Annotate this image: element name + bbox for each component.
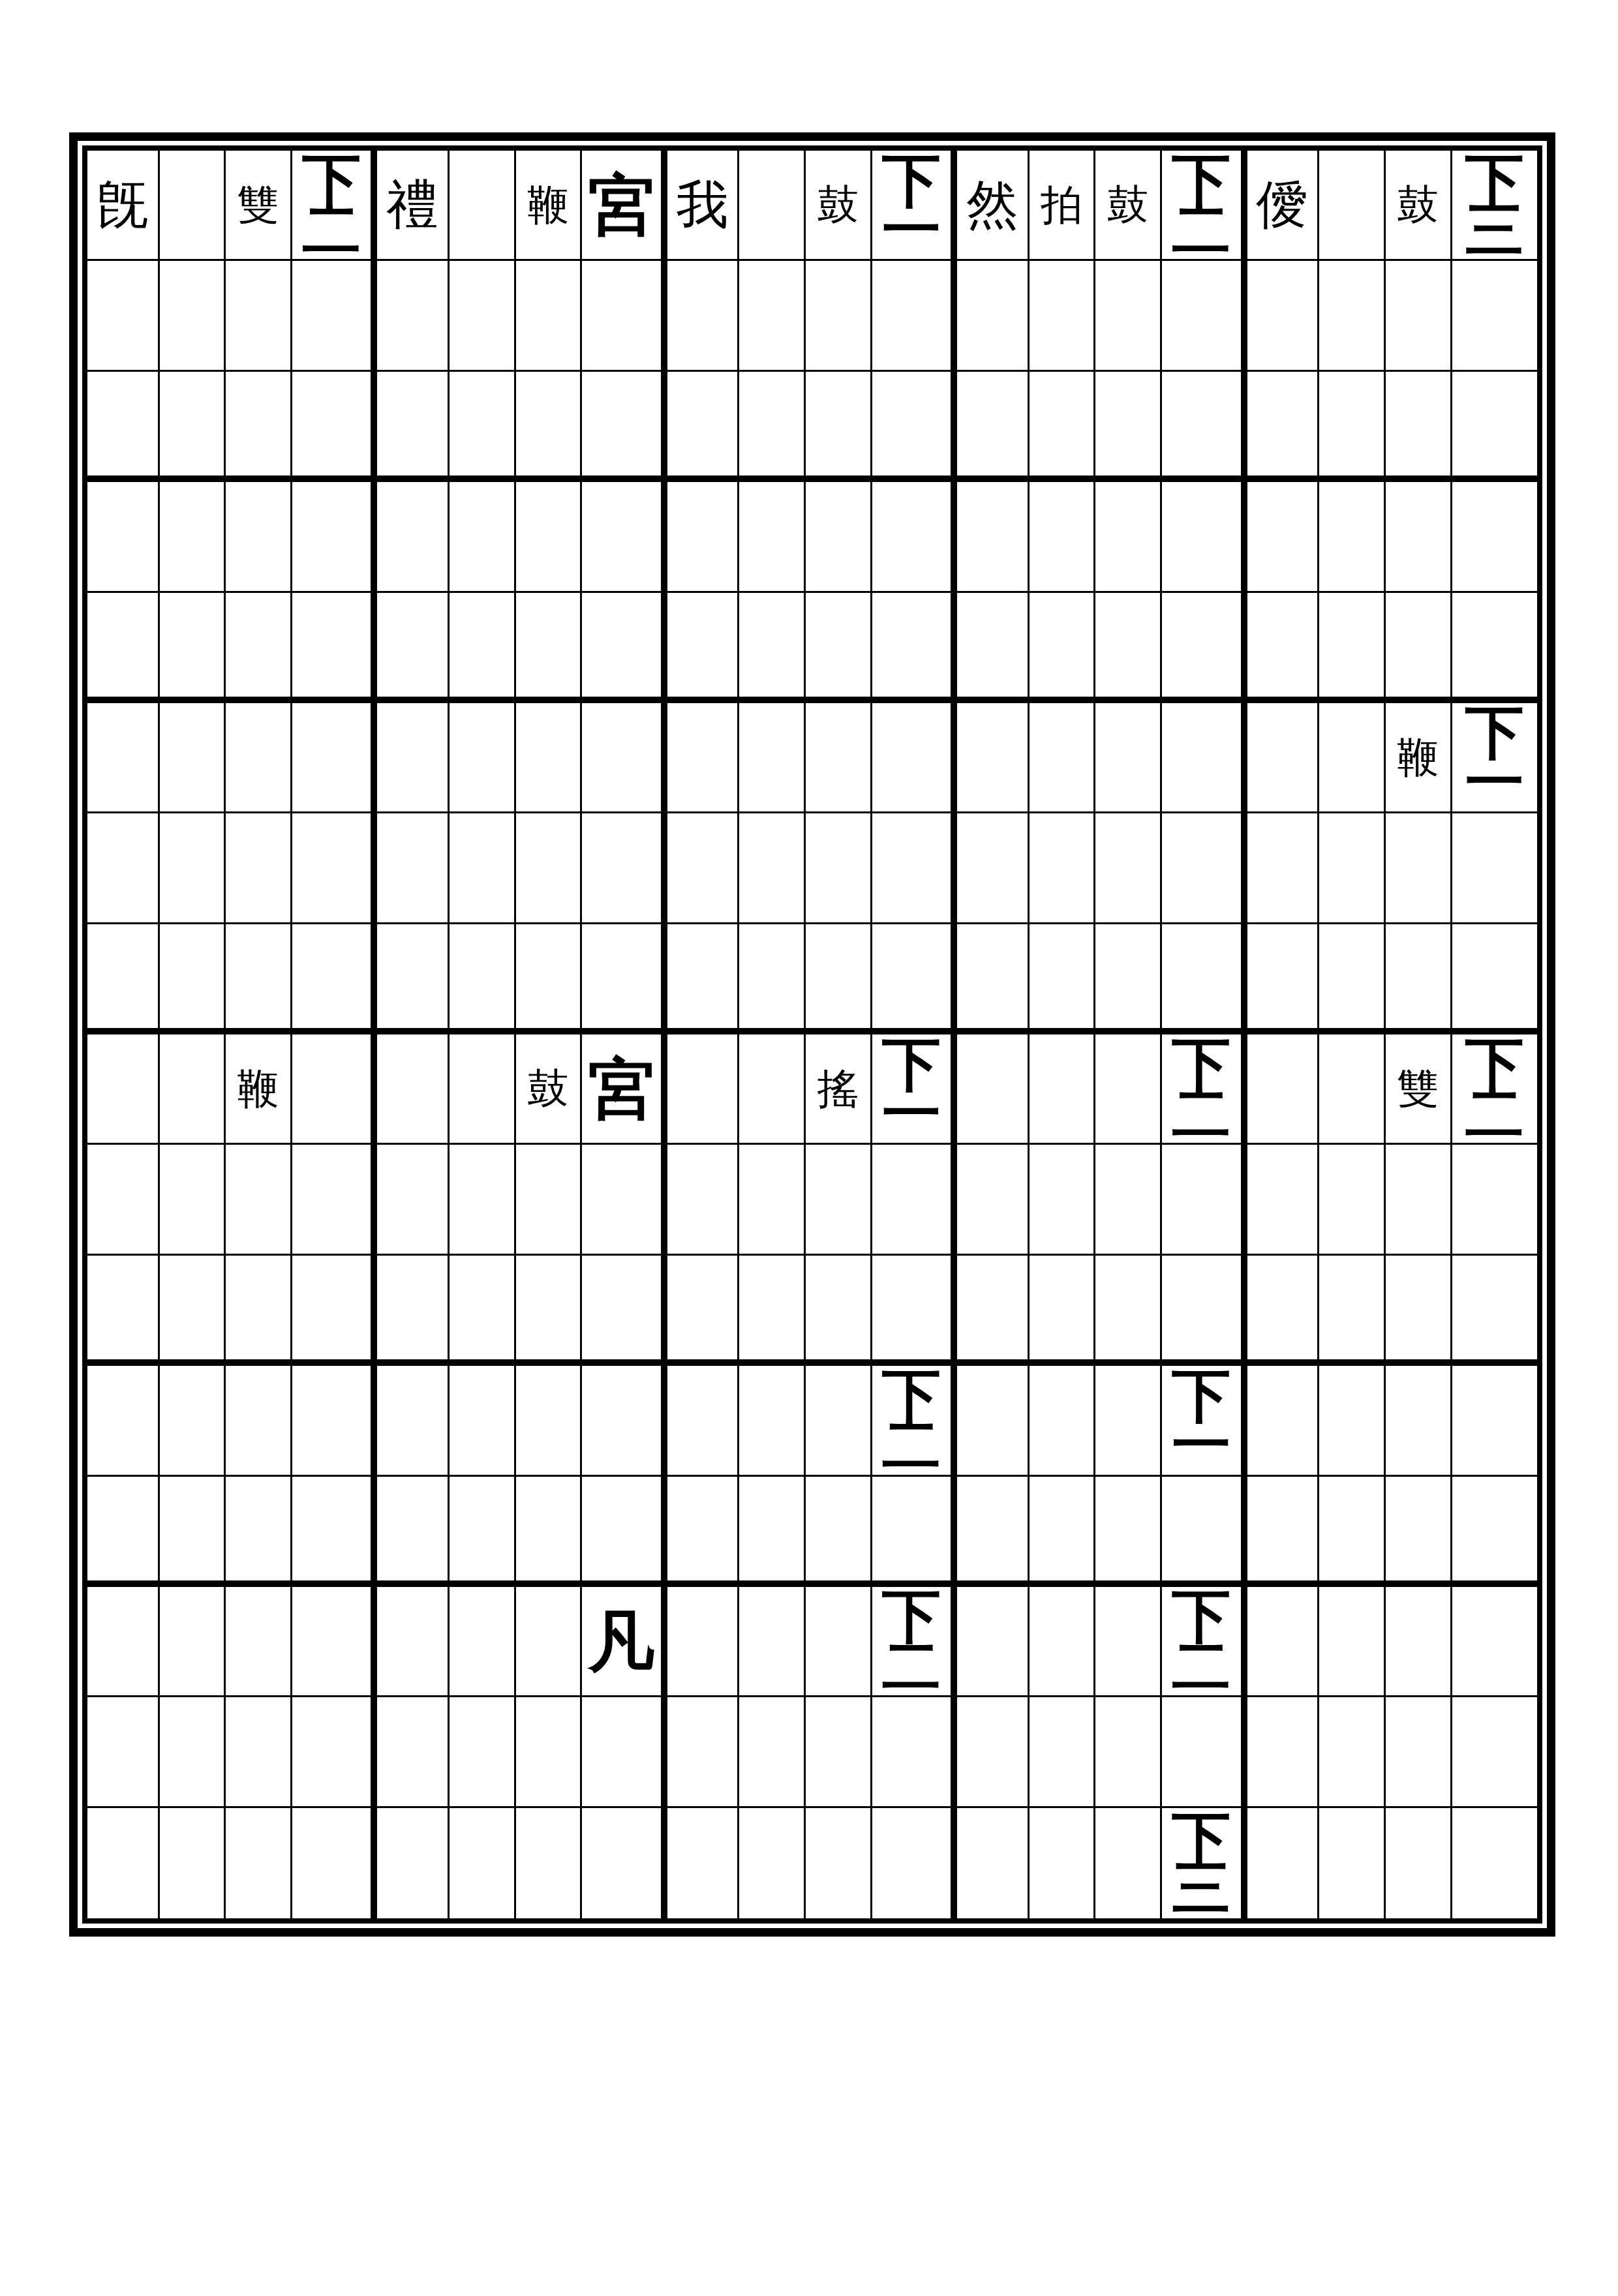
jeonggan-r5-c17: [1247, 593, 1320, 703]
jeonggan-r2-c15: [1095, 261, 1162, 371]
jeonggan-r13-c7: [516, 1477, 583, 1587]
jeonggan-r7-c8: [582, 813, 667, 924]
jeonggan-r8-c9: [667, 924, 740, 1035]
lyric-glyph: 旣: [97, 179, 149, 231]
jeonggan-r13-c16: [1162, 1477, 1247, 1587]
jeonggan-r16-c17: [1247, 1808, 1320, 1918]
jeonggan-r2-c8: [582, 261, 667, 371]
jeonggan-r8-c4: [292, 924, 377, 1035]
jeonggan-r9-c17: [1247, 1035, 1320, 1145]
jeonggan-r3-c20: [1452, 372, 1537, 482]
pitch-glyph: 二: [882, 1641, 941, 1691]
jeonggan-r10-c1: [87, 1145, 160, 1255]
jeonggan-r8-c10: [739, 924, 806, 1035]
jeonggan-r16-c7: [516, 1808, 583, 1918]
jeonggan-r12-c17: [1247, 1366, 1320, 1476]
jeonggan-r6-c9: [667, 703, 740, 813]
jeonggan-r4-c6: [450, 482, 516, 592]
jeonggan-r10-c4: [292, 1145, 377, 1255]
jeonggan-r7-c3: [226, 813, 292, 924]
jeonggan-r13-c10: [739, 1477, 806, 1587]
jeonggan-r12-c1: [87, 1366, 160, 1476]
jeonggan-r6-c8: [582, 703, 667, 813]
jeonggan-r12-c14: [1030, 1366, 1096, 1476]
jeonggan-r8-c15: [1095, 924, 1162, 1035]
percussion-glyph: 鼓: [1397, 184, 1439, 226]
pitch-glyph: 一: [882, 205, 941, 254]
jeonggan-r14-c7: [516, 1587, 583, 1697]
pitch-glyph: 一: [1172, 1420, 1230, 1470]
jeonggan-r1-c13: 然: [957, 151, 1030, 261]
jeonggan-r14-c5: [377, 1587, 450, 1697]
percussion-glyph: 雙: [1397, 1068, 1439, 1110]
jeonggan-r9-c3: 鞭: [226, 1035, 292, 1145]
jeonggan-r3-c12: [872, 372, 957, 482]
jeonggan-r15-c14: [1030, 1697, 1096, 1807]
jeonggan-r8-c12: [872, 924, 957, 1035]
jeonggan-r8-c14: [1030, 924, 1096, 1035]
jeonggan-r5-c19: [1386, 593, 1452, 703]
jeonggan-r4-c5: [377, 482, 450, 592]
jeonggan-r5-c10: [739, 593, 806, 703]
jeonggan-r1-c20: 下三: [1452, 151, 1537, 261]
jeonggan-r11-c18: [1319, 1256, 1386, 1366]
jeonggan-r15-c12: [872, 1697, 957, 1807]
jeonggan-r16-c1: [87, 1808, 160, 1918]
jeonggan-r11-c4: [292, 1256, 377, 1366]
jeonggan-r12-c2: [160, 1366, 226, 1476]
jeonggan-r8-c19: [1386, 924, 1452, 1035]
jeonggan-r14-c14: [1030, 1587, 1096, 1697]
percussion-glyph: 鼓: [817, 184, 859, 226]
jeonggan-r6-c2: [160, 703, 226, 813]
jeonggan-r8-c3: [226, 924, 292, 1035]
jeonggan-r1-c17: 僾: [1247, 151, 1320, 261]
jeonggan-r7-c11: [806, 813, 872, 924]
jeonggan-r14-c20: [1452, 1587, 1537, 1697]
jeonggan-r7-c1: [87, 813, 160, 924]
jeonggan-r16-c8: [582, 1808, 667, 1918]
jeonggan-r1-c12: 下一: [872, 151, 957, 261]
jeonggan-r3-c1: [87, 372, 160, 482]
jeonggan-r4-c15: [1095, 482, 1162, 592]
pitch-glyph: 三: [1172, 1863, 1230, 1912]
jeonggan-r11-c5: [377, 1256, 450, 1366]
jeonggan-r3-c15: [1095, 372, 1162, 482]
jeonggan-r5-c9: [667, 593, 740, 703]
jeonggan-r11-c11: [806, 1256, 872, 1366]
jeonggan-r10-c3: [226, 1145, 292, 1255]
jeonggan-r7-c20: [1452, 813, 1537, 924]
jeonggan-r5-c4: [292, 593, 377, 703]
jeonggan-r13-c19: [1386, 1477, 1452, 1587]
jeonggan-r2-c20: [1452, 261, 1537, 371]
jeonggan-r10-c18: [1319, 1145, 1386, 1255]
outer-border: 旣雙下二禮鞭宮我鼓下一然拍鼓下二僾鼓下三鞭下一鞭鼓宮搖下一下二雙下二下二下一凡下…: [69, 132, 1555, 1937]
jeonggan-r11-c6: [450, 1256, 516, 1366]
jeonggan-r2-c12: [872, 261, 957, 371]
jeonggan-r16-c15: [1095, 1808, 1162, 1918]
jeonggan-r14-c9: [667, 1587, 740, 1697]
jeonggan-r9-c1: [87, 1035, 160, 1145]
lyric-glyph: 僾: [1256, 179, 1308, 231]
pitch-glyph: 二: [1465, 1089, 1524, 1138]
jeonggan-r6-c10: [739, 703, 806, 813]
jeonggan-r16-c13: [957, 1808, 1030, 1918]
jeonggan-r13-c12: [872, 1477, 957, 1587]
jeonggan-r3-c6: [450, 372, 516, 482]
jeonggan-r6-c14: [1030, 703, 1096, 813]
jeonggan-r16-c11: [806, 1808, 872, 1918]
jeonggan-r12-c11: [806, 1366, 872, 1476]
jeonggan-r11-c13: [957, 1256, 1030, 1366]
score-page: 旣雙下二禮鞭宮我鼓下一然拍鼓下二僾鼓下三鞭下一鞭鼓宮搖下一下二雙下二下二下一凡下…: [0, 0, 1618, 2296]
jeonggan-r2-c16: [1162, 261, 1247, 371]
jeonggan-r14-c17: [1247, 1587, 1320, 1697]
jeonggan-r8-c5: [377, 924, 450, 1035]
jeonggan-r4-c20: [1452, 482, 1537, 592]
jeonggan-r6-c19: 鞭: [1386, 703, 1452, 813]
jeonggan-r10-c14: [1030, 1145, 1096, 1255]
jeonggan-r14-c4: [292, 1587, 377, 1697]
jeonggan-r6-c18: [1319, 703, 1386, 813]
jeonggan-r13-c13: [957, 1477, 1030, 1587]
jeonggan-r11-c12: [872, 1256, 957, 1366]
jeonggan-r14-c10: [739, 1587, 806, 1697]
jeonggan-r3-c10: [739, 372, 806, 482]
jeonggan-r7-c14: [1030, 813, 1096, 924]
jeonggan-r12-c9: [667, 1366, 740, 1476]
jeonggan-r1-c4: 下二: [292, 151, 377, 261]
pitch-glyph: 二: [1172, 205, 1230, 254]
jeonggan-r12-c5: [377, 1366, 450, 1476]
jeonggan-r14-c1: [87, 1587, 160, 1697]
jeonggan-r13-c5: [377, 1477, 450, 1587]
jeonggan-r3-c2: [160, 372, 226, 482]
jeonggan-r1-c10: [739, 151, 806, 261]
pitch-glyph: 二: [882, 1420, 941, 1470]
jeonggan-r4-c17: [1247, 482, 1320, 592]
jeonggan-r1-c16: 下二: [1162, 151, 1247, 261]
jeonggan-r16-c3: [226, 1808, 292, 1918]
jeonggan-r4-c19: [1386, 482, 1452, 592]
jeonggan-r1-c15: 鼓: [1095, 151, 1162, 261]
jeonggan-r1-c14: 拍: [1030, 151, 1096, 261]
jeonggan-r2-c11: [806, 261, 872, 371]
lyric-glyph: 然: [966, 179, 1018, 231]
jeonggan-r5-c12: [872, 593, 957, 703]
jeonggan-r15-c18: [1319, 1697, 1386, 1807]
jeonggan-r3-c11: [806, 372, 872, 482]
jeonggan-r8-c2: [160, 924, 226, 1035]
jeonggan-r6-c3: [226, 703, 292, 813]
jeonggan-r9-c2: [160, 1035, 226, 1145]
jeonggan-r9-c15: [1095, 1035, 1162, 1145]
jeonggan-r2-c10: [739, 261, 806, 371]
jeonggan-r10-c12: [872, 1145, 957, 1255]
jeonggan-r5-c15: [1095, 593, 1162, 703]
jeonggan-r7-c4: [292, 813, 377, 924]
percussion-glyph: 拍: [1041, 184, 1082, 226]
jeonggan-r8-c1: [87, 924, 160, 1035]
jeonggan-r15-c8: [582, 1697, 667, 1807]
jeonggan-r15-c2: [160, 1697, 226, 1807]
jeonggan-r6-c13: [957, 703, 1030, 813]
jeonggan-r2-c19: [1386, 261, 1452, 371]
jeonggan-r15-c13: [957, 1697, 1030, 1807]
jeonggan-r14-c6: [450, 1587, 516, 1697]
jeonggan-r9-c13: [957, 1035, 1030, 1145]
jeonggan-r3-c5: [377, 372, 450, 482]
jeonggan-r12-c13: [957, 1366, 1030, 1476]
jeonggan-r7-c13: [957, 813, 1030, 924]
jeonggan-r15-c19: [1386, 1697, 1452, 1807]
pitch-glyph: 一: [882, 1089, 941, 1138]
jeonggan-r7-c9: [667, 813, 740, 924]
jeonggan-r16-c18: [1319, 1808, 1386, 1918]
jeonggan-r5-c16: [1162, 593, 1247, 703]
jeonggan-r9-c19: 雙: [1386, 1035, 1452, 1145]
jeonggan-r8-c6: [450, 924, 516, 1035]
jeonggan-r13-c14: [1030, 1477, 1096, 1587]
score-grid: 旣雙下二禮鞭宮我鼓下一然拍鼓下二僾鼓下三鞭下一鞭鼓宮搖下一下二雙下二下二下一凡下…: [87, 151, 1537, 1918]
jeonggan-r8-c20: [1452, 924, 1537, 1035]
jeonggan-r1-c1: 旣: [87, 151, 160, 261]
jeonggan-r3-c7: [516, 372, 583, 482]
jeonggan-r12-c7: [516, 1366, 583, 1476]
jeonggan-r14-c3: [226, 1587, 292, 1697]
jeonggan-r15-c17: [1247, 1697, 1320, 1807]
jeonggan-r15-c1: [87, 1697, 160, 1807]
jeonggan-r3-c14: [1030, 372, 1096, 482]
jeonggan-r12-c20: [1452, 1366, 1537, 1476]
jeonggan-r4-c7: [516, 482, 583, 592]
jeonggan-r12-c12: 下二: [872, 1366, 957, 1476]
jeonggan-r11-c10: [739, 1256, 806, 1366]
lyric-glyph: 我: [677, 179, 729, 231]
jeonggan-r6-c5: [377, 703, 450, 813]
jeonggan-r5-c6: [450, 593, 516, 703]
jeonggan-r8-c18: [1319, 924, 1386, 1035]
jeonggan-r6-c16: [1162, 703, 1247, 813]
jeonggan-r1-c9: 我: [667, 151, 740, 261]
jeonggan-r9-c7: 鼓: [516, 1035, 583, 1145]
jeonggan-r14-c8: 凡: [582, 1587, 667, 1697]
jeonggan-r7-c17: [1247, 813, 1320, 924]
jeonggan-r10-c5: [377, 1145, 450, 1255]
jeonggan-r8-c7: [516, 924, 583, 1035]
jeonggan-r14-c12: 下二: [872, 1587, 957, 1697]
jeonggan-r14-c11: [806, 1587, 872, 1697]
jeonggan-r3-c3: [226, 372, 292, 482]
jeonggan-r8-c16: [1162, 924, 1247, 1035]
jeonggan-r7-c7: [516, 813, 583, 924]
jeonggan-r1-c3: 雙: [226, 151, 292, 261]
jeonggan-r6-c4: [292, 703, 377, 813]
jeonggan-r6-c20: 下一: [1452, 703, 1537, 813]
jeonggan-r14-c16: 下二: [1162, 1587, 1247, 1697]
jeonggan-r1-c18: [1319, 151, 1386, 261]
jeonggan-r12-c15: [1095, 1366, 1162, 1476]
percussion-glyph: 搖: [817, 1068, 859, 1110]
jeonggan-r11-c19: [1386, 1256, 1452, 1366]
jeonggan-r9-c18: [1319, 1035, 1386, 1145]
jeonggan-r13-c20: [1452, 1477, 1537, 1587]
jeonggan-r13-c17: [1247, 1477, 1320, 1587]
jeonggan-r13-c2: [160, 1477, 226, 1587]
jeonggan-r4-c14: [1030, 482, 1096, 592]
jeonggan-r11-c1: [87, 1256, 160, 1366]
jeonggan-r1-c19: 鼓: [1386, 151, 1452, 261]
jeonggan-r14-c19: [1386, 1587, 1452, 1697]
jeonggan-r16-c9: [667, 1808, 740, 1918]
jeonggan-r13-c11: [806, 1477, 872, 1587]
jeonggan-r7-c6: [450, 813, 516, 924]
jeonggan-r15-c16: [1162, 1697, 1247, 1807]
jeonggan-r2-c2: [160, 261, 226, 371]
jeonggan-r4-c8: [582, 482, 667, 592]
jeonggan-r12-c18: [1319, 1366, 1386, 1476]
jeonggan-r14-c18: [1319, 1587, 1386, 1697]
percussion-glyph: 鞭: [527, 184, 569, 226]
jeonggan-r8-c8: [582, 924, 667, 1035]
jeonggan-r12-c19: [1386, 1366, 1452, 1476]
jeonggan-r5-c2: [160, 593, 226, 703]
jeonggan-r10-c2: [160, 1145, 226, 1255]
jeonggan-r1-c6: [450, 151, 516, 261]
jeonggan-r5-c7: [516, 593, 583, 703]
jeonggan-r13-c6: [450, 1477, 516, 1587]
jeonggan-r15-c5: [377, 1697, 450, 1807]
jeonggan-r11-c8: [582, 1256, 667, 1366]
jeonggan-r7-c16: [1162, 813, 1247, 924]
jeonggan-r9-c9: [667, 1035, 740, 1145]
jeonggan-r16-c4: [292, 1808, 377, 1918]
jeonggan-r15-c11: [806, 1697, 872, 1807]
jeonggan-r2-c4: [292, 261, 377, 371]
jeonggan-r7-c15: [1095, 813, 1162, 924]
jeonggan-r1-c5: 禮: [377, 151, 450, 261]
jeonggan-r9-c4: [292, 1035, 377, 1145]
pitch-glyph: 二: [1172, 1089, 1230, 1138]
jeonggan-r2-c1: [87, 261, 160, 371]
jeonggan-r5-c11: [806, 593, 872, 703]
jeonggan-r3-c4: [292, 372, 377, 482]
jeonggan-r11-c14: [1030, 1256, 1096, 1366]
percussion-glyph: 雙: [237, 184, 279, 226]
jeonggan-r1-c2: [160, 151, 226, 261]
percussion-glyph: 鞭: [1397, 736, 1439, 778]
jeonggan-r7-c5: [377, 813, 450, 924]
jeonggan-r16-c12: [872, 1808, 957, 1918]
jeonggan-r5-c20: [1452, 593, 1537, 703]
jeonggan-r5-c13: [957, 593, 1030, 703]
percussion-glyph: 鼓: [527, 1068, 569, 1110]
jeonggan-r5-c8: [582, 593, 667, 703]
percussion-glyph: 鼓: [1107, 184, 1149, 226]
jeonggan-r1-c8: 宮: [582, 151, 667, 261]
jeonggan-r10-c9: [667, 1145, 740, 1255]
jeonggan-r11-c16: [1162, 1256, 1247, 1366]
jeonggan-r12-c10: [739, 1366, 806, 1476]
jeonggan-r10-c16: [1162, 1145, 1247, 1255]
jeonggan-r4-c2: [160, 482, 226, 592]
jeonggan-r5-c1: [87, 593, 160, 703]
jeonggan-r10-c20: [1452, 1145, 1537, 1255]
jeonggan-r15-c15: [1095, 1697, 1162, 1807]
jeonggan-r10-c13: [957, 1145, 1030, 1255]
jeonggan-r3-c16: [1162, 372, 1247, 482]
jeonggan-r10-c19: [1386, 1145, 1452, 1255]
jeonggan-r2-c18: [1319, 261, 1386, 371]
jeonggan-r6-c17: [1247, 703, 1320, 813]
jeonggan-r16-c5: [377, 1808, 450, 1918]
percussion-glyph: 鞭: [237, 1068, 279, 1110]
jeonggan-r15-c6: [450, 1697, 516, 1807]
pitch-glyph: 宮: [588, 1055, 655, 1122]
jeonggan-r15-c9: [667, 1697, 740, 1807]
jeonggan-r16-c6: [450, 1808, 516, 1918]
jeonggan-r16-c10: [739, 1808, 806, 1918]
jeonggan-r15-c4: [292, 1697, 377, 1807]
jeonggan-r7-c2: [160, 813, 226, 924]
jeonggan-r10-c10: [739, 1145, 806, 1255]
jeonggan-r12-c6: [450, 1366, 516, 1476]
jeonggan-r10-c15: [1095, 1145, 1162, 1255]
jeonggan-r5-c3: [226, 593, 292, 703]
jeonggan-r13-c9: [667, 1477, 740, 1587]
pitch-glyph: 二: [302, 205, 361, 254]
jeonggan-r16-c16: 下三: [1162, 1808, 1247, 1918]
jeonggan-r4-c11: [806, 482, 872, 592]
jeonggan-r11-c9: [667, 1256, 740, 1366]
jeonggan-r6-c7: [516, 703, 583, 813]
jeonggan-r15-c10: [739, 1697, 806, 1807]
jeonggan-r9-c20: 下二: [1452, 1035, 1537, 1145]
jeonggan-r4-c9: [667, 482, 740, 592]
jeonggan-r10-c6: [450, 1145, 516, 1255]
jeonggan-r6-c12: [872, 703, 957, 813]
jeonggan-r3-c18: [1319, 372, 1386, 482]
jeonggan-r2-c3: [226, 261, 292, 371]
jeonggan-r11-c7: [516, 1256, 583, 1366]
jeonggan-r11-c15: [1095, 1256, 1162, 1366]
lyric-glyph: 禮: [386, 179, 438, 231]
jeonggan-r11-c20: [1452, 1256, 1537, 1366]
jeonggan-r3-c19: [1386, 372, 1452, 482]
jeonggan-r4-c4: [292, 482, 377, 592]
jeonggan-r9-c8: 宮: [582, 1035, 667, 1145]
jeonggan-r8-c13: [957, 924, 1030, 1035]
jeonggan-r3-c17: [1247, 372, 1320, 482]
jeonggan-r5-c14: [1030, 593, 1096, 703]
jeonggan-r11-c2: [160, 1256, 226, 1366]
jeonggan-r3-c8: [582, 372, 667, 482]
jeonggan-r13-c18: [1319, 1477, 1386, 1587]
jeonggan-r7-c10: [739, 813, 806, 924]
jeonggan-r3-c9: [667, 372, 740, 482]
jeonggan-r6-c1: [87, 703, 160, 813]
jeonggan-r4-c18: [1319, 482, 1386, 592]
jeonggan-r15-c3: [226, 1697, 292, 1807]
jeonggan-r5-c18: [1319, 593, 1386, 703]
jeonggan-r16-c19: [1386, 1808, 1452, 1918]
pitch-glyph: 二: [1172, 1641, 1230, 1691]
jeonggan-r15-c20: [1452, 1697, 1537, 1807]
pitch-glyph: 凡: [588, 1608, 655, 1674]
jeonggan-r6-c15: [1095, 703, 1162, 813]
jeonggan-r9-c16: 下二: [1162, 1035, 1247, 1145]
